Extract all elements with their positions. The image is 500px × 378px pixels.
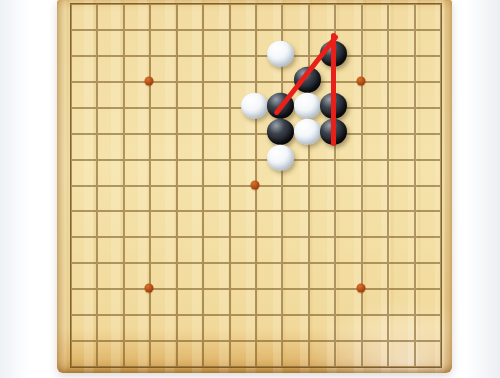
grid-cell bbox=[124, 134, 150, 160]
grid-cell bbox=[388, 211, 414, 237]
screenshot-stage bbox=[0, 0, 500, 378]
grid-cell bbox=[203, 263, 229, 289]
grid-cell bbox=[415, 315, 441, 341]
grid-cell bbox=[362, 134, 388, 160]
grid-cell bbox=[388, 160, 414, 186]
grid-cell bbox=[256, 186, 282, 212]
grid-cell bbox=[97, 82, 123, 108]
grid-cell bbox=[362, 263, 388, 289]
grid-cell bbox=[71, 211, 97, 237]
grid-cell bbox=[177, 160, 203, 186]
grid-cell bbox=[124, 4, 150, 30]
grid-cell bbox=[230, 56, 256, 82]
grid-cell bbox=[71, 237, 97, 263]
grid-cell bbox=[362, 186, 388, 212]
grid-cell bbox=[415, 341, 441, 367]
grid-cell bbox=[309, 211, 335, 237]
grid-cell bbox=[256, 263, 282, 289]
grid-cell bbox=[71, 315, 97, 341]
grid-cell bbox=[71, 82, 97, 108]
grid-cell bbox=[150, 160, 176, 186]
grid-cell bbox=[362, 4, 388, 30]
grid-cell bbox=[309, 263, 335, 289]
grid-cell bbox=[203, 237, 229, 263]
grid-cell bbox=[309, 315, 335, 341]
grid-cell bbox=[282, 186, 308, 212]
grid-cell bbox=[388, 56, 414, 82]
grid-cell bbox=[124, 341, 150, 367]
grid-cell bbox=[97, 160, 123, 186]
grid-cell bbox=[177, 289, 203, 315]
grid-cell bbox=[282, 315, 308, 341]
grid-cell bbox=[282, 237, 308, 263]
grid-cell bbox=[335, 108, 361, 134]
grid-cell bbox=[177, 237, 203, 263]
grid-cell bbox=[415, 56, 441, 82]
grid-cell bbox=[388, 4, 414, 30]
grid-cell bbox=[256, 30, 282, 56]
grid-cell bbox=[388, 341, 414, 367]
grid-cell bbox=[230, 108, 256, 134]
grid-cell bbox=[309, 134, 335, 160]
grid-cell bbox=[282, 30, 308, 56]
grid-cell bbox=[362, 341, 388, 367]
grid-cell bbox=[71, 4, 97, 30]
grid-cell bbox=[177, 263, 203, 289]
grid-cell bbox=[150, 186, 176, 212]
grid-cell bbox=[177, 315, 203, 341]
grid-cell bbox=[362, 108, 388, 134]
grid-cell bbox=[415, 263, 441, 289]
grid-cell bbox=[150, 56, 176, 82]
grid-cell bbox=[203, 108, 229, 134]
grid-cell bbox=[256, 82, 282, 108]
grid-cell bbox=[362, 237, 388, 263]
grid-cell bbox=[309, 289, 335, 315]
grid-cell bbox=[335, 211, 361, 237]
grid-cell bbox=[124, 30, 150, 56]
grid-cell bbox=[150, 108, 176, 134]
grid-cell bbox=[97, 56, 123, 82]
grid-lines bbox=[70, 3, 442, 368]
grid-cell bbox=[177, 134, 203, 160]
grid-cell bbox=[388, 108, 414, 134]
grid-cell bbox=[282, 263, 308, 289]
grid-cell bbox=[203, 341, 229, 367]
grid-cell bbox=[388, 30, 414, 56]
grid-cell bbox=[256, 56, 282, 82]
grid-cell bbox=[388, 237, 414, 263]
grid-cell bbox=[230, 211, 256, 237]
grid-cell bbox=[71, 108, 97, 134]
grid-cell bbox=[309, 56, 335, 82]
grid-cell bbox=[415, 134, 441, 160]
grid-cell bbox=[177, 4, 203, 30]
grid-cell bbox=[97, 30, 123, 56]
grid-cell bbox=[150, 211, 176, 237]
grid-cell bbox=[362, 82, 388, 108]
grid-cell bbox=[97, 4, 123, 30]
grid-cell bbox=[256, 108, 282, 134]
grid-cell bbox=[230, 30, 256, 56]
grid-cell bbox=[335, 134, 361, 160]
grid-cell bbox=[230, 263, 256, 289]
grid-cell bbox=[97, 134, 123, 160]
grid-cell bbox=[150, 4, 176, 30]
grid-cell bbox=[335, 289, 361, 315]
grid-cell bbox=[335, 315, 361, 341]
grid-cell bbox=[97, 186, 123, 212]
grid-cell bbox=[203, 82, 229, 108]
grid-cell bbox=[150, 289, 176, 315]
grid-cell bbox=[203, 186, 229, 212]
grid-cell bbox=[256, 211, 282, 237]
grid-cell bbox=[124, 56, 150, 82]
grid-cell bbox=[124, 237, 150, 263]
grid-cell bbox=[71, 186, 97, 212]
grid-cell bbox=[124, 108, 150, 134]
grid-cell bbox=[388, 263, 414, 289]
grid-cell bbox=[362, 30, 388, 56]
grid-cell bbox=[203, 4, 229, 30]
grid-cell bbox=[388, 82, 414, 108]
grid-cell bbox=[309, 82, 335, 108]
grid-cell bbox=[203, 160, 229, 186]
grid-cell bbox=[282, 211, 308, 237]
grid-cell bbox=[282, 160, 308, 186]
grid-cell bbox=[150, 315, 176, 341]
grid-cell bbox=[362, 211, 388, 237]
grid-cell bbox=[309, 341, 335, 367]
grid-cell bbox=[282, 134, 308, 160]
grid-cell bbox=[362, 160, 388, 186]
grid-cell bbox=[97, 315, 123, 341]
grid-cell bbox=[97, 263, 123, 289]
grid-cell bbox=[150, 263, 176, 289]
grid-cell bbox=[309, 30, 335, 56]
grid-cell bbox=[150, 30, 176, 56]
grid-cell bbox=[335, 237, 361, 263]
gomoku-board[interactable] bbox=[57, 0, 452, 373]
grid-cell bbox=[309, 160, 335, 186]
grid-cell bbox=[362, 56, 388, 82]
grid-cell bbox=[335, 341, 361, 367]
grid-cell bbox=[309, 108, 335, 134]
grid-cell bbox=[335, 56, 361, 82]
grid-cell bbox=[124, 211, 150, 237]
grid-cell bbox=[230, 186, 256, 212]
grid-cell bbox=[362, 289, 388, 315]
grid-cell bbox=[256, 237, 282, 263]
grid-cell bbox=[124, 160, 150, 186]
grid-cell bbox=[230, 341, 256, 367]
grid-cell bbox=[177, 108, 203, 134]
grid-cell bbox=[256, 315, 282, 341]
grid-cell bbox=[177, 56, 203, 82]
grid-cell bbox=[230, 82, 256, 108]
grid-cell bbox=[282, 108, 308, 134]
grid-cell bbox=[415, 108, 441, 134]
grid-cell bbox=[203, 56, 229, 82]
grid-cell bbox=[415, 30, 441, 56]
grid-cell bbox=[388, 186, 414, 212]
grid-cell bbox=[335, 263, 361, 289]
grid-cell bbox=[71, 160, 97, 186]
grid-cell bbox=[230, 134, 256, 160]
grid-cell bbox=[309, 4, 335, 30]
grid-cell bbox=[335, 160, 361, 186]
grid-cell bbox=[282, 82, 308, 108]
grid-cell bbox=[256, 341, 282, 367]
grid-cell bbox=[71, 134, 97, 160]
grid-cell bbox=[335, 186, 361, 212]
grid-cell bbox=[124, 289, 150, 315]
grid-cell bbox=[71, 289, 97, 315]
grid-cell bbox=[203, 134, 229, 160]
grid-cell bbox=[203, 30, 229, 56]
grid-cell bbox=[97, 341, 123, 367]
grid-cell bbox=[256, 160, 282, 186]
grid-cell bbox=[150, 237, 176, 263]
grid-cell bbox=[362, 315, 388, 341]
grid-cell bbox=[230, 160, 256, 186]
grid-cell bbox=[177, 211, 203, 237]
grid-cell bbox=[256, 4, 282, 30]
grid-cell bbox=[256, 134, 282, 160]
grid-cell bbox=[415, 237, 441, 263]
grid-cell bbox=[177, 341, 203, 367]
grid-cell bbox=[71, 56, 97, 82]
grid-cell bbox=[150, 82, 176, 108]
grid-cell bbox=[71, 30, 97, 56]
grid-cell bbox=[203, 211, 229, 237]
grid-cell bbox=[309, 186, 335, 212]
grid-cell bbox=[415, 4, 441, 30]
grid-cell bbox=[335, 30, 361, 56]
grid-cell bbox=[335, 4, 361, 30]
grid-cell bbox=[97, 211, 123, 237]
grid-cell bbox=[203, 289, 229, 315]
grid-cell bbox=[415, 160, 441, 186]
grid-cell bbox=[230, 315, 256, 341]
grid-cell bbox=[388, 134, 414, 160]
grid-cell bbox=[282, 341, 308, 367]
grid-cell bbox=[97, 237, 123, 263]
grid-cell bbox=[282, 289, 308, 315]
grid-cell bbox=[256, 289, 282, 315]
grid-cell bbox=[282, 56, 308, 82]
grid-cell bbox=[177, 186, 203, 212]
grid-cell bbox=[388, 289, 414, 315]
grid-cell bbox=[415, 289, 441, 315]
grid-cell bbox=[71, 263, 97, 289]
grid-cell bbox=[230, 237, 256, 263]
grid-cell bbox=[150, 341, 176, 367]
grid-cell bbox=[97, 108, 123, 134]
grid-cell bbox=[415, 186, 441, 212]
grid-cell bbox=[415, 82, 441, 108]
grid-cell bbox=[124, 315, 150, 341]
grid-cell bbox=[124, 82, 150, 108]
grid-cell bbox=[230, 4, 256, 30]
grid-cell bbox=[388, 315, 414, 341]
grid-cell bbox=[97, 289, 123, 315]
grid-cell bbox=[150, 134, 176, 160]
grid-cell bbox=[203, 315, 229, 341]
grid-cell bbox=[335, 82, 361, 108]
grid-cell bbox=[282, 4, 308, 30]
grid-cell bbox=[71, 341, 97, 367]
grid-cell bbox=[124, 263, 150, 289]
grid-cell bbox=[124, 186, 150, 212]
grid-cell bbox=[230, 289, 256, 315]
grid-cell bbox=[177, 30, 203, 56]
grid-cell bbox=[309, 237, 335, 263]
grid-cell bbox=[177, 82, 203, 108]
grid-cell bbox=[415, 211, 441, 237]
